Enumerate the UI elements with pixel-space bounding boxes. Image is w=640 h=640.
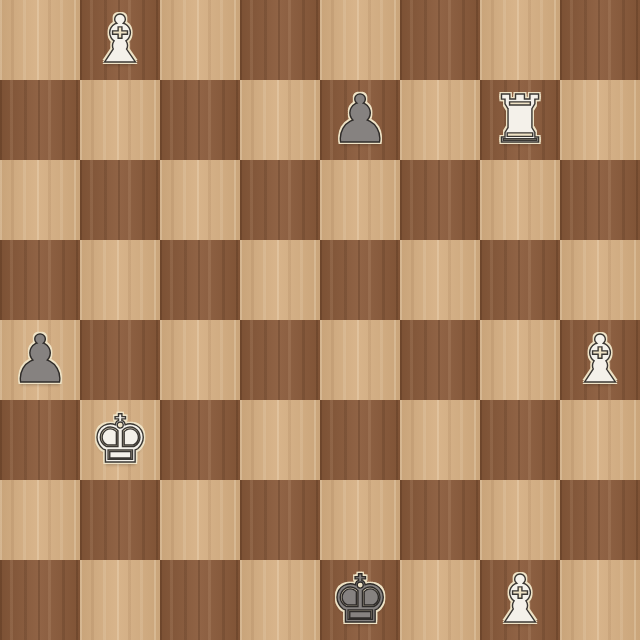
square-h7[interactable] [560,80,640,160]
square-d5[interactable] [240,240,320,320]
square-a4[interactable]: ♟ [0,320,80,400]
square-f5[interactable] [400,240,480,320]
square-h6[interactable] [560,160,640,240]
square-a8[interactable] [0,0,80,80]
square-c5[interactable] [160,240,240,320]
square-a5[interactable] [0,240,80,320]
square-h5[interactable] [560,240,640,320]
square-e1[interactable]: ♚ [320,560,400,640]
square-h4[interactable]: ♝ [560,320,640,400]
square-f2[interactable] [400,480,480,560]
square-e5[interactable] [320,240,400,320]
square-c2[interactable] [160,480,240,560]
piece-white-rook-g7[interactable]: ♜ [490,80,549,160]
square-d6[interactable] [240,160,320,240]
square-a7[interactable] [0,80,80,160]
square-a2[interactable] [0,480,80,560]
square-d3[interactable] [240,400,320,480]
square-f3[interactable] [400,400,480,480]
square-f1[interactable] [400,560,480,640]
square-b6[interactable] [80,160,160,240]
square-b4[interactable] [80,320,160,400]
square-b8[interactable]: ♝ [80,0,160,80]
square-c8[interactable] [160,0,240,80]
square-c6[interactable] [160,160,240,240]
square-e2[interactable] [320,480,400,560]
square-a3[interactable] [0,400,80,480]
square-e6[interactable] [320,160,400,240]
square-a1[interactable] [0,560,80,640]
square-e8[interactable] [320,0,400,80]
square-g2[interactable] [480,480,560,560]
square-c3[interactable] [160,400,240,480]
square-h8[interactable] [560,0,640,80]
square-c1[interactable] [160,560,240,640]
square-f8[interactable] [400,0,480,80]
square-e7[interactable]: ♟ [320,80,400,160]
square-h3[interactable] [560,400,640,480]
square-f4[interactable] [400,320,480,400]
square-d2[interactable] [240,480,320,560]
square-c7[interactable] [160,80,240,160]
piece-black-pawn-a4[interactable]: ♟ [10,320,69,400]
square-h1[interactable] [560,560,640,640]
piece-white-bishop-h4[interactable]: ♝ [570,320,629,400]
square-e3[interactable] [320,400,400,480]
piece-white-bishop-g1[interactable]: ♝ [490,560,549,640]
square-f7[interactable] [400,80,480,160]
piece-black-king-e1[interactable]: ♚ [330,560,389,640]
square-b1[interactable] [80,560,160,640]
square-d1[interactable] [240,560,320,640]
square-g6[interactable] [480,160,560,240]
square-d4[interactable] [240,320,320,400]
square-d7[interactable] [240,80,320,160]
square-b5[interactable] [80,240,160,320]
square-b7[interactable] [80,80,160,160]
square-g7[interactable]: ♜ [480,80,560,160]
square-c4[interactable] [160,320,240,400]
piece-black-pawn-e7[interactable]: ♟ [330,80,389,160]
square-g8[interactable] [480,0,560,80]
square-d8[interactable] [240,0,320,80]
square-b2[interactable] [80,480,160,560]
piece-white-bishop-b8[interactable]: ♝ [90,0,149,80]
square-h2[interactable] [560,480,640,560]
square-a6[interactable] [0,160,80,240]
piece-white-king-b3[interactable]: ♚ [90,400,149,480]
square-b3[interactable]: ♚ [80,400,160,480]
square-f6[interactable] [400,160,480,240]
square-e4[interactable] [320,320,400,400]
square-g5[interactable] [480,240,560,320]
square-g3[interactable] [480,400,560,480]
chess-board: ♝♟♜♟♝♚♚♝ [0,0,640,640]
square-g4[interactable] [480,320,560,400]
square-g1[interactable]: ♝ [480,560,560,640]
